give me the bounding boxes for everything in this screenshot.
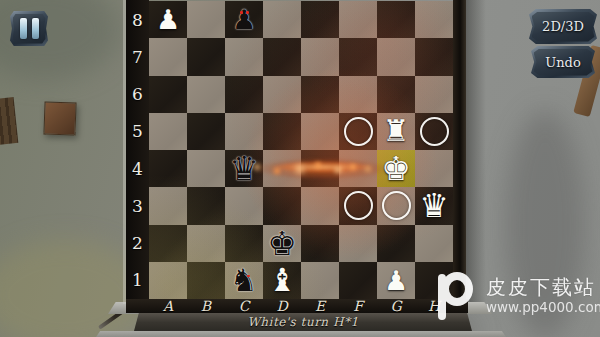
rank-label-3: 3 [126, 187, 149, 224]
square-h5[interactable] [415, 113, 453, 150]
square-h1[interactable] [415, 262, 453, 299]
square-e1[interactable] [301, 262, 339, 299]
rank-label-5: 5 [126, 113, 149, 150]
legal-move-indicator[interactable] [420, 117, 449, 146]
pause-button[interactable] [10, 11, 48, 46]
square-d8[interactable] [263, 1, 301, 38]
square-e8[interactable] [301, 1, 339, 38]
square-g8[interactable] [377, 1, 415, 38]
turn-status-text: White's turn H*1 [247, 315, 358, 329]
square-f1[interactable] [339, 262, 377, 299]
square-g7[interactable] [377, 38, 415, 75]
piece-white-pawn[interactable]: ♟ [377, 262, 415, 299]
square-b4[interactable] [187, 150, 225, 187]
square-b8[interactable] [187, 1, 225, 38]
square-h4[interactable] [415, 150, 453, 187]
square-g4[interactable]: ♚ [377, 150, 415, 187]
undo-button[interactable]: Undo [531, 46, 595, 78]
square-b6[interactable] [187, 76, 225, 113]
status-bar: White's turn H*1 [134, 312, 472, 331]
piece-white-queen[interactable]: ♛ [415, 187, 453, 224]
square-f8[interactable] [339, 1, 377, 38]
square-g1[interactable]: ♟ [377, 262, 415, 299]
square-a3[interactable] [149, 187, 187, 224]
board-frame-right [453, 0, 466, 309]
square-a1[interactable] [149, 262, 187, 299]
piece-black-pawn[interactable]: ♟ [225, 1, 263, 38]
square-c1[interactable]: ♞ [225, 262, 263, 299]
file-label-e: E [301, 299, 339, 313]
pause-icon [13, 14, 46, 44]
file-label-b: B [187, 299, 225, 313]
square-a5[interactable] [149, 113, 187, 150]
piece-white-pawn[interactable]: ♟ [149, 1, 187, 38]
square-d3[interactable] [263, 187, 301, 224]
square-c4[interactable]: ♛ [225, 150, 263, 187]
wooden-plank-prop [0, 97, 18, 145]
watermark-site-url: www.pp4000.com [486, 299, 600, 315]
square-a8[interactable]: ♟ [149, 1, 187, 38]
board-side-shadow [505, 110, 585, 337]
square-f6[interactable] [339, 76, 377, 113]
file-label-h: H [415, 299, 453, 313]
wooden-crate-prop [43, 101, 76, 135]
square-d5[interactable] [263, 113, 301, 150]
square-e5[interactable] [301, 113, 339, 150]
square-b3[interactable] [187, 187, 225, 224]
square-e2[interactable] [301, 225, 339, 262]
file-label-c: C [225, 299, 263, 313]
square-h7[interactable] [415, 38, 453, 75]
square-g5[interactable]: ♜ [377, 113, 415, 150]
piece-red-eyes [247, 275, 250, 278]
watermark-site-name: 皮皮下载站 [486, 274, 600, 301]
square-a7[interactable] [149, 38, 187, 75]
rank-label-8: 8 [126, 1, 149, 38]
view-toggle-button[interactable]: 2D/3D [529, 9, 597, 44]
piece-red-eyes [240, 11, 243, 14]
file-labels: ABCDEFGH [126, 299, 468, 313]
square-e6[interactable] [301, 76, 339, 113]
square-h6[interactable] [415, 76, 453, 113]
rank-label-2: 2 [126, 225, 149, 262]
legal-move-indicator[interactable] [344, 117, 373, 146]
square-a2[interactable] [149, 225, 187, 262]
square-d6[interactable] [263, 76, 301, 113]
rank-label-6: 6 [126, 76, 149, 113]
square-h8[interactable] [415, 1, 453, 38]
square-e3[interactable] [301, 187, 339, 224]
piece-black-queen[interactable]: ♛ [225, 150, 263, 187]
file-label-g: G [377, 299, 415, 313]
square-h3[interactable]: ♛ [415, 187, 453, 224]
square-c3[interactable] [225, 187, 263, 224]
legal-move-indicator[interactable] [382, 191, 411, 220]
chess-board: ♟♟♜♛♚♛♚♞♝♟ [149, 1, 453, 299]
piece-black-king[interactable]: ♚ [263, 225, 301, 262]
square-f2[interactable] [339, 225, 377, 262]
square-f4[interactable] [339, 150, 377, 187]
square-e7[interactable] [301, 38, 339, 75]
rank-label-7: 7 [126, 38, 149, 75]
square-h2[interactable] [415, 225, 453, 262]
file-label-d: D [263, 299, 301, 313]
square-b7[interactable] [187, 38, 225, 75]
square-f7[interactable] [339, 38, 377, 75]
square-c5[interactable] [225, 113, 263, 150]
piece-white-king[interactable]: ♚ [377, 150, 415, 187]
game-screen: White's turn H*1 87654321 ♟♟♜♛♚♛♚♞♝♟ ABC… [0, 0, 600, 337]
rank-label-1: 1 [126, 262, 149, 299]
square-g6[interactable] [377, 76, 415, 113]
square-a4[interactable] [149, 150, 187, 187]
square-g3[interactable] [377, 187, 415, 224]
square-c7[interactable] [225, 38, 263, 75]
piece-white-rook[interactable]: ♜ [377, 113, 415, 150]
board-cast-shadow [466, 0, 486, 310]
view-toggle-label: 2D/3D [542, 19, 584, 34]
rank-label-4: 4 [126, 150, 149, 187]
square-d2[interactable]: ♚ [263, 225, 301, 262]
square-a6[interactable] [149, 76, 187, 113]
square-f5[interactable] [339, 113, 377, 150]
square-b5[interactable] [187, 113, 225, 150]
square-d7[interactable] [263, 38, 301, 75]
board-pedestal-base [96, 331, 506, 337]
legal-move-indicator[interactable] [344, 191, 373, 220]
square-e4[interactable] [301, 150, 339, 187]
square-d1[interactable]: ♝ [263, 262, 301, 299]
file-label-a: A [149, 299, 187, 313]
piece-white-bishop[interactable]: ♝ [263, 262, 301, 299]
rank-labels: 87654321 [126, 0, 149, 313]
fire-sparks [0, 0, 2, 2]
file-label-f: F [339, 299, 377, 313]
piece-black-knight[interactable]: ♞ [225, 262, 263, 299]
square-c6[interactable] [225, 76, 263, 113]
undo-label: Undo [545, 55, 580, 70]
square-d4[interactable] [263, 150, 301, 187]
square-g2[interactable] [377, 225, 415, 262]
square-f3[interactable] [339, 187, 377, 224]
square-b1[interactable] [187, 262, 225, 299]
square-c8[interactable]: ♟ [225, 1, 263, 38]
square-c2[interactable] [225, 225, 263, 262]
square-b2[interactable] [187, 225, 225, 262]
